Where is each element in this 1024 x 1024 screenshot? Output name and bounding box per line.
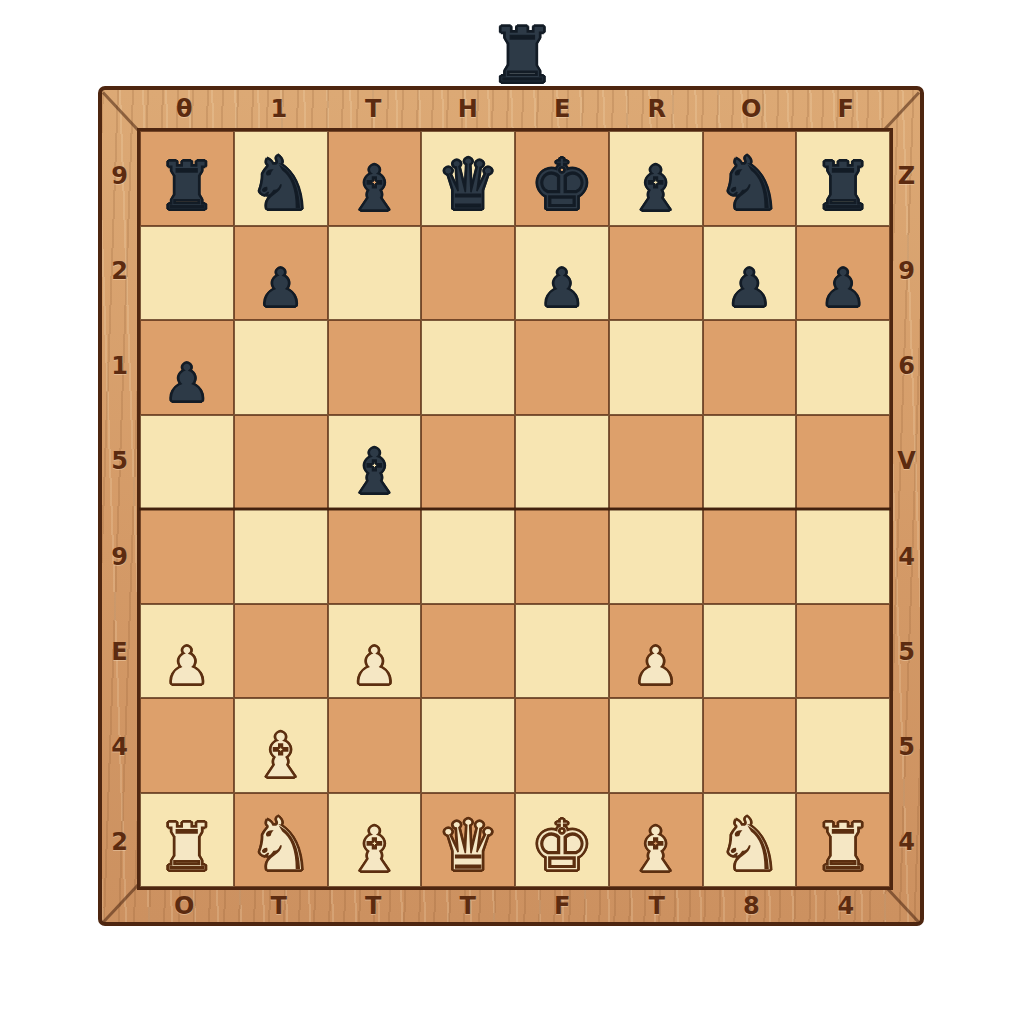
square-g7[interactable]: ♟ — [703, 226, 797, 321]
rank-label-right-7: 4 — [893, 795, 920, 890]
black-pawn: ♟ — [539, 262, 586, 319]
square-h3[interactable] — [796, 604, 890, 699]
square-f2[interactable] — [609, 698, 703, 793]
square-e7[interactable]: ♟ — [515, 226, 609, 321]
square-b6[interactable] — [234, 320, 328, 415]
square-a7[interactable] — [140, 226, 234, 321]
square-f6[interactable] — [609, 320, 703, 415]
white-rook: ♜ — [157, 815, 216, 886]
square-h1[interactable]: ♜ — [796, 793, 890, 888]
rank-label-right-3: V — [893, 414, 920, 509]
file-label-bottom-4: F — [515, 890, 610, 922]
square-b3[interactable] — [234, 604, 328, 699]
square-d8[interactable]: ♛ — [421, 131, 515, 226]
square-c3[interactable]: ♟ — [328, 604, 422, 699]
square-d5[interactable] — [421, 415, 515, 510]
black-knight: ♞ — [247, 146, 313, 225]
square-e2[interactable] — [515, 698, 609, 793]
square-f7[interactable] — [609, 226, 703, 321]
square-b1[interactable]: ♞ — [234, 793, 328, 888]
black-bishop: ♝ — [347, 158, 403, 225]
file-label-top-7: F — [799, 90, 894, 128]
white-rook: ♜ — [814, 815, 873, 886]
square-e4[interactable] — [515, 509, 609, 604]
file-label-bottom-2: T — [326, 890, 421, 922]
file-label-top-2: T — [326, 90, 421, 128]
rank-label-left-4: 9 — [102, 509, 137, 604]
square-c2[interactable] — [328, 698, 422, 793]
square-e3[interactable] — [515, 604, 609, 699]
square-h6[interactable] — [796, 320, 890, 415]
square-e6[interactable] — [515, 320, 609, 415]
square-h7[interactable]: ♟ — [796, 226, 890, 321]
square-g1[interactable]: ♞ — [703, 793, 797, 888]
white-bishop: ♝ — [253, 725, 309, 792]
file-label-top-5: R — [610, 90, 705, 128]
white-knight: ♞ — [716, 807, 782, 886]
square-d6[interactable] — [421, 320, 515, 415]
file-label-bottom-3: T — [421, 890, 516, 922]
square-f5[interactable] — [609, 415, 703, 510]
white-bishop: ♝ — [347, 819, 403, 886]
rank-label-left-0: 9 — [102, 128, 137, 223]
file-label-bottom-7: 4 — [799, 890, 894, 922]
black-pawn: ♟ — [820, 262, 867, 319]
square-f3[interactable]: ♟ — [609, 604, 703, 699]
file-label-top-6: O — [704, 90, 799, 128]
square-c1[interactable]: ♝ — [328, 793, 422, 888]
rank-label-left-5: E — [102, 604, 137, 699]
black-pawn: ♟ — [257, 262, 304, 319]
square-c4[interactable] — [328, 509, 422, 604]
file-label-bottom-1: T — [232, 890, 327, 922]
square-f8[interactable]: ♝ — [609, 131, 703, 226]
file-label-bottom-0: O — [137, 890, 232, 922]
square-g3[interactable] — [703, 604, 797, 699]
rank-label-left-1: 2 — [102, 223, 137, 318]
white-bishop: ♝ — [628, 819, 684, 886]
rank-label-left-6: 4 — [102, 700, 137, 795]
captured-black-rook[interactable]: ♜ — [476, 8, 568, 99]
square-h5[interactable] — [796, 415, 890, 510]
black-rook: ♜ — [814, 154, 873, 225]
square-b4[interactable] — [234, 509, 328, 604]
file-label-bottom-5: T — [610, 890, 705, 922]
square-a1[interactable]: ♜ — [140, 793, 234, 888]
square-h8[interactable]: ♜ — [796, 131, 890, 226]
black-queen: ♛ — [437, 150, 500, 225]
rank-label-right-4: 4 — [893, 509, 920, 604]
square-c7[interactable] — [328, 226, 422, 321]
square-d4[interactable] — [421, 509, 515, 604]
square-g2[interactable] — [703, 698, 797, 793]
rank-label-left-3: 5 — [102, 414, 137, 509]
square-c8[interactable]: ♝ — [328, 131, 422, 226]
board-grid: ♜♞♝♛♚♝♞♜♟♟♟♟♟♝♟♟♟♝♜♞♝♛♚♝♞♜ — [137, 128, 893, 890]
square-e1[interactable]: ♚ — [515, 793, 609, 888]
file-label-top-0: θ — [137, 90, 232, 128]
square-g4[interactable] — [703, 509, 797, 604]
black-bishop: ♝ — [347, 441, 403, 508]
white-knight: ♞ — [247, 807, 313, 886]
rank-labels-left: 92159E42 — [102, 128, 137, 890]
square-c5[interactable]: ♝ — [328, 415, 422, 510]
square-f1[interactable]: ♝ — [609, 793, 703, 888]
square-d1[interactable]: ♛ — [421, 793, 515, 888]
rank-label-right-1: 9 — [893, 223, 920, 318]
rank-labels-right: Z96V4554 — [893, 128, 920, 890]
square-g5[interactable] — [703, 415, 797, 510]
black-king: ♚ — [530, 150, 593, 225]
black-bishop: ♝ — [628, 158, 684, 225]
white-queen: ♛ — [437, 811, 500, 886]
white-pawn: ♟ — [632, 640, 679, 697]
square-b2[interactable]: ♝ — [234, 698, 328, 793]
white-king: ♚ — [530, 811, 593, 886]
square-c6[interactable] — [328, 320, 422, 415]
white-pawn: ♟ — [164, 640, 211, 697]
square-g8[interactable]: ♞ — [703, 131, 797, 226]
square-a3[interactable]: ♟ — [140, 604, 234, 699]
rank-label-right-0: Z — [893, 128, 920, 223]
chessboard-scene: ♜ θ1THEROF OTTTFT84 92159E42 Z96V4554 ♜♞… — [0, 0, 1024, 1024]
black-pawn: ♟ — [164, 357, 211, 414]
rank-label-right-5: 5 — [893, 604, 920, 699]
square-a6[interactable]: ♟ — [140, 320, 234, 415]
square-d3[interactable] — [421, 604, 515, 699]
square-a5[interactable] — [140, 415, 234, 510]
rank-label-left-7: 2 — [102, 795, 137, 890]
file-labels-bottom: OTTTFT84 — [137, 890, 893, 922]
square-e5[interactable] — [515, 415, 609, 510]
file-label-top-1: 1 — [232, 90, 327, 128]
file-label-bottom-6: 8 — [704, 890, 799, 922]
square-a2[interactable] — [140, 698, 234, 793]
square-b5[interactable] — [234, 415, 328, 510]
rank-label-right-2: 6 — [893, 319, 920, 414]
square-h4[interactable] — [796, 509, 890, 604]
rank-label-left-2: 1 — [102, 319, 137, 414]
square-a8[interactable]: ♜ — [140, 131, 234, 226]
square-d2[interactable] — [421, 698, 515, 793]
rank-label-right-6: 5 — [893, 700, 920, 795]
square-a4[interactable] — [140, 509, 234, 604]
board-frame: θ1THEROF OTTTFT84 92159E42 Z96V4554 ♜♞♝♛… — [98, 86, 924, 926]
square-e8[interactable]: ♚ — [515, 131, 609, 226]
square-b7[interactable]: ♟ — [234, 226, 328, 321]
square-h2[interactable] — [796, 698, 890, 793]
black-knight: ♞ — [716, 146, 782, 225]
black-rook: ♜ — [157, 154, 216, 225]
square-b8[interactable]: ♞ — [234, 131, 328, 226]
black-pawn: ♟ — [726, 262, 773, 319]
square-d7[interactable] — [421, 226, 515, 321]
white-pawn: ♟ — [351, 640, 398, 697]
square-g6[interactable] — [703, 320, 797, 415]
square-f4[interactable] — [609, 509, 703, 604]
